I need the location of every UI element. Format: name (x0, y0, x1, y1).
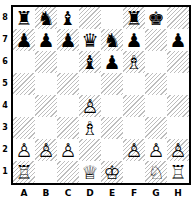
black-rook-piece: ♜ (123, 7, 145, 29)
square-c8[interactable]: ♝ (57, 7, 79, 29)
black-queen-piece: ♛ (79, 29, 101, 51)
white-bishop-piece: ♗ (79, 117, 101, 139)
white-knight-piece: ♘ (145, 161, 167, 183)
square-d5[interactable] (79, 73, 101, 95)
square-f2[interactable]: ♙ (123, 139, 145, 161)
rank-label-2: 2 (0, 139, 10, 161)
square-d8[interactable] (79, 7, 101, 29)
square-f7[interactable]: ♟ (123, 29, 145, 51)
chess-diagram: 8 7 6 5 4 3 2 1 ♜♞♝♜♚♟♟♟♛♞♟♟♝♟♗♙♗♙♙♙♙♙♙♖… (0, 0, 196, 200)
square-e5[interactable] (101, 73, 123, 95)
square-f1[interactable] (123, 161, 145, 183)
rank-label-3: 3 (0, 117, 10, 139)
square-g6[interactable] (145, 51, 167, 73)
black-pawn-piece: ♟ (35, 29, 57, 51)
file-label-h: H (167, 187, 189, 199)
black-pawn-piece: ♟ (123, 29, 145, 51)
square-e8[interactable] (101, 7, 123, 29)
white-bishop-piece: ♗ (123, 51, 145, 73)
square-h8[interactable] (167, 7, 189, 29)
square-a5[interactable] (13, 73, 35, 95)
rank-labels: 8 7 6 5 4 3 2 1 (0, 7, 10, 183)
square-e7[interactable]: ♞ (101, 29, 123, 51)
square-g4[interactable] (145, 95, 167, 117)
square-h4[interactable] (167, 95, 189, 117)
white-pawn-piece: ♙ (145, 139, 167, 161)
white-queen-piece: ♕ (79, 161, 101, 183)
white-king-piece: ♔ (101, 161, 123, 183)
rank-label-4: 4 (0, 95, 10, 117)
square-b7[interactable]: ♟ (35, 29, 57, 51)
square-e4[interactable] (101, 95, 123, 117)
rank-label-7: 7 (0, 29, 10, 51)
white-rook-piece: ♖ (13, 161, 35, 183)
square-h7[interactable]: ♟ (167, 29, 189, 51)
white-pawn-piece: ♙ (35, 139, 57, 161)
square-b4[interactable] (35, 95, 57, 117)
square-g3[interactable] (145, 117, 167, 139)
square-g5[interactable] (145, 73, 167, 95)
black-pawn-piece: ♟ (57, 29, 79, 51)
square-c5[interactable] (57, 73, 79, 95)
black-pawn-piece: ♟ (167, 29, 189, 51)
square-e3[interactable] (101, 117, 123, 139)
square-f6[interactable]: ♗ (123, 51, 145, 73)
square-a8[interactable]: ♜ (13, 7, 35, 29)
file-label-f: F (123, 187, 145, 199)
black-bishop-piece: ♝ (79, 51, 101, 73)
square-h1[interactable]: ♖ (167, 161, 189, 183)
square-d4[interactable]: ♙ (79, 95, 101, 117)
square-f4[interactable] (123, 95, 145, 117)
square-d6[interactable]: ♝ (79, 51, 101, 73)
square-h5[interactable] (167, 73, 189, 95)
square-b5[interactable] (35, 73, 57, 95)
file-label-g: G (145, 187, 167, 199)
square-a3[interactable] (13, 117, 35, 139)
file-label-c: C (57, 187, 79, 199)
white-pawn-piece: ♙ (167, 139, 189, 161)
square-b3[interactable] (35, 117, 57, 139)
square-h2[interactable]: ♙ (167, 139, 189, 161)
square-d3[interactable]: ♗ (79, 117, 101, 139)
rank-label-5: 5 (0, 73, 10, 95)
black-rook-piece: ♜ (13, 7, 35, 29)
square-e6[interactable]: ♟ (101, 51, 123, 73)
black-knight-piece: ♞ (101, 29, 123, 51)
chess-board: ♜♞♝♜♚♟♟♟♛♞♟♟♝♟♗♙♗♙♙♙♙♙♙♖♕♔♘♖ (11, 5, 191, 185)
square-b8[interactable]: ♞ (35, 7, 57, 29)
black-pawn-piece: ♟ (101, 51, 123, 73)
white-pawn-piece: ♙ (13, 139, 35, 161)
rank-label-6: 6 (0, 51, 10, 73)
black-king-piece: ♚ (145, 7, 167, 29)
square-c3[interactable] (57, 117, 79, 139)
black-pawn-piece: ♟ (13, 29, 35, 51)
rank-label-8: 8 (0, 7, 10, 29)
black-knight-piece: ♞ (35, 7, 57, 29)
file-labels: A B C D E F G H (13, 187, 189, 199)
square-e2[interactable] (101, 139, 123, 161)
file-label-a: A (13, 187, 35, 199)
square-f3[interactable] (123, 117, 145, 139)
square-f8[interactable]: ♜ (123, 7, 145, 29)
square-a1[interactable]: ♖ (13, 161, 35, 183)
square-e1[interactable]: ♔ (101, 161, 123, 183)
file-label-b: B (35, 187, 57, 199)
square-b6[interactable] (35, 51, 57, 73)
square-a4[interactable] (13, 95, 35, 117)
white-pawn-piece: ♙ (79, 95, 101, 117)
file-label-e: E (101, 187, 123, 199)
square-d1[interactable]: ♕ (79, 161, 101, 183)
square-f5[interactable] (123, 73, 145, 95)
square-g8[interactable]: ♚ (145, 7, 167, 29)
black-bishop-piece: ♝ (57, 7, 79, 29)
white-pawn-piece: ♙ (123, 139, 145, 161)
white-pawn-piece: ♙ (57, 139, 79, 161)
square-g2[interactable]: ♙ (145, 139, 167, 161)
square-h3[interactable] (167, 117, 189, 139)
square-c6[interactable] (57, 51, 79, 73)
square-d2[interactable] (79, 139, 101, 161)
square-a6[interactable] (13, 51, 35, 73)
square-a7[interactable]: ♟ (13, 29, 35, 51)
square-a2[interactable]: ♙ (13, 139, 35, 161)
square-c4[interactable] (57, 95, 79, 117)
square-c1[interactable] (57, 161, 79, 183)
square-d7[interactable]: ♛ (79, 29, 101, 51)
square-b2[interactable]: ♙ (35, 139, 57, 161)
rank-label-1: 1 (0, 161, 10, 183)
square-g7[interactable] (145, 29, 167, 51)
square-c7[interactable]: ♟ (57, 29, 79, 51)
square-b1[interactable] (35, 161, 57, 183)
square-c2[interactable]: ♙ (57, 139, 79, 161)
white-rook-piece: ♖ (167, 161, 189, 183)
square-g1[interactable]: ♘ (145, 161, 167, 183)
square-h6[interactable] (167, 51, 189, 73)
file-label-d: D (79, 187, 101, 199)
